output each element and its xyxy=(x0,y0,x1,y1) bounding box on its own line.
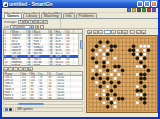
format-button-4[interactable]: ≡ xyxy=(38,20,43,24)
board-icon[interactable] xyxy=(147,8,151,12)
left-panel: #WhiteWrBlackBrResDt 1Takao S8pCho U9pW+… xyxy=(2,29,84,114)
table-cell: 121 xyxy=(21,97,30,100)
last-move-button[interactable]: »| xyxy=(122,30,127,35)
print-icon[interactable] xyxy=(142,8,146,12)
column-header[interactable]: Ls xyxy=(39,72,48,75)
format-button-5[interactable]: # xyxy=(43,20,48,24)
maximize-button[interactable]: □ xyxy=(144,1,150,7)
database-icon xyxy=(5,108,8,111)
scrollbar-thumb[interactable] xyxy=(80,40,83,49)
board-panel: |««‹›»»|↑×■ xyxy=(86,29,158,114)
tool-band: manager TBIU≡# List all games ▾ ▾* ea xyxy=(2,19,158,29)
column-header[interactable]: White xyxy=(11,30,27,33)
new-icon[interactable] xyxy=(127,8,131,12)
toolbar-icons xyxy=(127,8,156,12)
filter-button-1[interactable]: * xyxy=(40,25,45,29)
format-button-3[interactable]: U xyxy=(33,20,38,24)
format-button-0[interactable]: T xyxy=(18,20,23,24)
column-header[interactable]: Wn xyxy=(30,72,39,75)
table-cell: 03-12 xyxy=(57,97,71,100)
tab-library[interactable]: Library xyxy=(23,13,40,18)
games-table-scrollbar[interactable] xyxy=(78,34,82,65)
scrollbar-thumb[interactable] xyxy=(18,103,44,106)
move-number-input[interactable] xyxy=(104,30,111,35)
chevron-down-icon[interactable]: ▾ xyxy=(29,26,33,28)
format-button-2[interactable]: I xyxy=(28,20,33,24)
stone-icon xyxy=(9,108,12,111)
save-icon[interactable] xyxy=(137,8,141,12)
prev-move-button[interactable]: ‹ xyxy=(98,30,103,35)
table-row[interactable]: 11Kono R8pMizok8pB+R05 xyxy=(4,64,82,66)
next-move-button[interactable]: › xyxy=(111,30,116,35)
status-text-cell: 486 games xyxy=(15,107,83,112)
game-list-select[interactable]: all games ▾ xyxy=(10,25,34,29)
tab-games[interactable]: Games xyxy=(4,13,22,19)
pass-button[interactable]: ↑ xyxy=(130,30,135,35)
list-toolbar: manager TBIU≡# List all games ▾ ▾* xyxy=(3,19,61,29)
stats-table[interactable]: PlayerGmWnLs%Last Cho U212134786305-02Le… xyxy=(3,71,83,100)
first-move-button[interactable]: |« xyxy=(87,30,92,35)
column-header[interactable]: Res xyxy=(55,30,66,33)
help-icon[interactable] xyxy=(152,8,156,12)
table-cell: Mizok xyxy=(33,64,49,66)
app-window: untitled - SmartGo _ □ × FileEditViewFin… xyxy=(0,0,160,119)
horizontal-scrollbar[interactable] xyxy=(3,101,83,105)
filter-button-0[interactable]: ▾ xyxy=(35,25,40,29)
tab-problems[interactable]: Problems xyxy=(76,13,97,18)
minimize-button[interactable]: _ xyxy=(137,1,143,7)
tab-matching[interactable]: Matching xyxy=(41,13,62,18)
table-cell: Kato M xyxy=(4,97,21,100)
column-header[interactable]: # xyxy=(4,30,11,33)
table-cell: 05 xyxy=(66,64,74,66)
status-text: 486 games xyxy=(17,107,33,111)
column-header[interactable]: % xyxy=(48,72,57,75)
column-header[interactable]: Black xyxy=(33,30,49,33)
delete-button[interactable]: × xyxy=(136,30,141,35)
games-table[interactable]: #WhiteWrBlackBrResDt 1Takao S8pCho U9pW+… xyxy=(3,29,83,66)
table-cell: 60 xyxy=(30,97,39,100)
mark-button[interactable]: ■ xyxy=(141,30,146,35)
table-cell: 49 xyxy=(48,97,57,100)
fast-forward-button[interactable]: » xyxy=(117,30,122,35)
column-header[interactable]: Gm xyxy=(21,72,30,75)
go-board[interactable] xyxy=(86,35,158,113)
column-header[interactable]: Player xyxy=(4,72,21,75)
table-cell: B+R xyxy=(55,64,66,66)
table-cell: Kono R xyxy=(11,64,27,66)
open-icon[interactable] xyxy=(132,8,136,12)
column-header[interactable]: Last xyxy=(57,72,71,75)
table-row[interactable]: Kato M12160614903-12 xyxy=(4,97,82,100)
list-toolbar-label1: manager xyxy=(4,20,17,24)
status-icons xyxy=(3,107,14,112)
status-bar: 486 games xyxy=(3,106,83,112)
fast-back-button[interactable]: « xyxy=(93,30,98,35)
column-header[interactable]: Dt xyxy=(66,30,74,33)
table-cell: 61 xyxy=(39,97,48,100)
table-cell: 11 xyxy=(4,64,11,66)
format-button-1[interactable]: B xyxy=(23,20,28,24)
close-button[interactable]: × xyxy=(151,1,157,7)
tab-info[interactable]: Info xyxy=(63,13,75,18)
list-toolbar-label2: List xyxy=(4,25,9,29)
